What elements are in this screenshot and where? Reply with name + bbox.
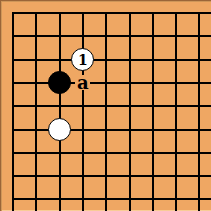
board-point-1-6[interactable]: [1, 118, 24, 141]
board-point-6-8[interactable]: [118, 164, 141, 187]
board-point-5-3[interactable]: [95, 48, 118, 71]
board-point-6-9[interactable]: [118, 188, 141, 211]
board-point-7-2[interactable]: [141, 25, 164, 48]
board-point-5-5[interactable]: [95, 95, 118, 118]
stone-white-1[interactable]: 1: [71, 48, 94, 71]
board-point-6-7[interactable]: [118, 141, 141, 164]
board-point-9-3[interactable]: [188, 48, 211, 71]
board-point-9-2[interactable]: [188, 25, 211, 48]
board-point-9-4[interactable]: [188, 71, 211, 94]
board-point-7-8[interactable]: [141, 164, 164, 187]
board-point-2-6[interactable]: [25, 118, 48, 141]
board-point-4-7[interactable]: [71, 141, 94, 164]
board-point-3-1[interactable]: [48, 1, 71, 24]
board-point-8-4[interactable]: [164, 71, 187, 94]
board-point-4-5[interactable]: [71, 95, 94, 118]
board-point-9-8[interactable]: [188, 164, 211, 187]
board-point-3-6[interactable]: [48, 118, 71, 141]
board-point-5-9[interactable]: [95, 188, 118, 211]
board-point-4-9[interactable]: [71, 188, 94, 211]
board-point-2-2[interactable]: [25, 25, 48, 48]
board-point-2-3[interactable]: [25, 48, 48, 71]
board-point-9-9[interactable]: [188, 188, 211, 211]
point-marker-a[interactable]: a: [75, 75, 90, 90]
board-point-1-9[interactable]: [1, 188, 24, 211]
board-point-8-5[interactable]: [164, 95, 187, 118]
board-point-7-3[interactable]: [141, 48, 164, 71]
board-point-4-6[interactable]: [71, 118, 94, 141]
board-point-7-5[interactable]: [141, 95, 164, 118]
board-point-2-1[interactable]: [25, 1, 48, 24]
board-point-2-5[interactable]: [25, 95, 48, 118]
board-point-4-2[interactable]: [71, 25, 94, 48]
board-point-6-4[interactable]: [118, 71, 141, 94]
board-point-3-9[interactable]: [48, 188, 71, 211]
board-point-7-7[interactable]: [141, 141, 164, 164]
board-point-6-3[interactable]: [118, 48, 141, 71]
board-point-1-7[interactable]: [1, 141, 24, 164]
board-point-9-6[interactable]: [188, 118, 211, 141]
board-point-5-4[interactable]: [95, 71, 118, 94]
board-point-6-2[interactable]: [118, 25, 141, 48]
board-point-3-4[interactable]: [48, 71, 71, 94]
board-point-4-4[interactable]: a: [71, 71, 94, 94]
board-point-1-2[interactable]: [1, 25, 24, 48]
board-point-1-5[interactable]: [1, 95, 24, 118]
board-point-9-7[interactable]: [188, 141, 211, 164]
board-point-9-1[interactable]: [188, 1, 211, 24]
board-point-5-2[interactable]: [95, 25, 118, 48]
board-point-8-1[interactable]: [164, 1, 187, 24]
board-point-3-2[interactable]: [48, 25, 71, 48]
board-point-5-7[interactable]: [95, 141, 118, 164]
board-point-8-2[interactable]: [164, 25, 187, 48]
board-point-7-6[interactable]: [141, 118, 164, 141]
board-point-2-4[interactable]: [25, 71, 48, 94]
board-point-8-9[interactable]: [164, 188, 187, 211]
board-point-5-6[interactable]: [95, 118, 118, 141]
board-point-5-1[interactable]: [95, 1, 118, 24]
board-point-4-1[interactable]: [71, 1, 94, 24]
board-point-9-5[interactable]: [188, 95, 211, 118]
stone-black[interactable]: [48, 71, 71, 94]
board-point-8-3[interactable]: [164, 48, 187, 71]
board-point-7-1[interactable]: [141, 1, 164, 24]
board-point-1-8[interactable]: [1, 164, 24, 187]
board-point-7-4[interactable]: [141, 71, 164, 94]
board-point-4-3[interactable]: 1: [71, 48, 94, 71]
stone-label: 1: [78, 52, 88, 66]
board-point-1-1[interactable]: [1, 1, 24, 24]
board-point-4-8[interactable]: [71, 164, 94, 187]
board-point-6-5[interactable]: [118, 95, 141, 118]
board-point-1-4[interactable]: [1, 71, 24, 94]
go-board: 1a: [1, 1, 211, 211]
board-point-8-8[interactable]: [164, 164, 187, 187]
stone-white[interactable]: [48, 118, 71, 141]
board-point-6-6[interactable]: [118, 118, 141, 141]
board-point-2-7[interactable]: [25, 141, 48, 164]
board-point-3-7[interactable]: [48, 141, 71, 164]
board-point-7-9[interactable]: [141, 188, 164, 211]
go-corner-diagram: 1a: [0, 0, 211, 211]
board-point-8-6[interactable]: [164, 118, 187, 141]
board-point-3-3[interactable]: [48, 48, 71, 71]
board-point-3-5[interactable]: [48, 95, 71, 118]
board-point-3-8[interactable]: [48, 164, 71, 187]
board-point-5-8[interactable]: [95, 164, 118, 187]
board-point-6-1[interactable]: [118, 1, 141, 24]
board-point-8-7[interactable]: [164, 141, 187, 164]
board-point-2-8[interactable]: [25, 164, 48, 187]
board-point-1-3[interactable]: [1, 48, 24, 71]
board-point-2-9[interactable]: [25, 188, 48, 211]
